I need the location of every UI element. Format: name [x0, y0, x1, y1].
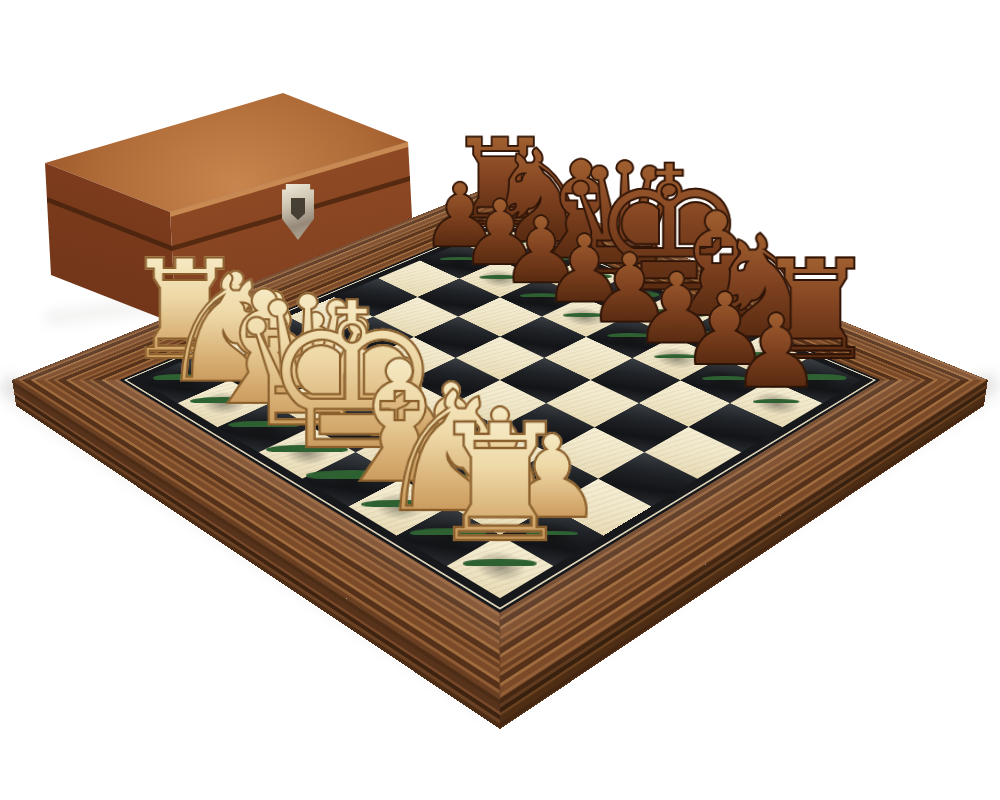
felt-base — [753, 399, 800, 405]
piece-black-pawn[interactable]: ♟ — [644, 301, 910, 403]
p-glyph: ♟ — [731, 301, 823, 403]
product-photo-scene: ♜♞♝♛♚♝♞♜♟♟♟♟♟♟♟♟♟♟♟♟♟♟♟♟♜♞♝♛♚♝♞♜ — [0, 0, 1000, 800]
chess-board[interactable]: ♜♞♝♛♚♝♞♜♟♟♟♟♟♟♟♟♟♟♟♟♟♟♟♟♜♞♝♛♚♝♞♜ — [12, 182, 988, 698]
board-scene: ♜♞♝♛♚♝♞♜♟♟♟♟♟♟♟♟♟♟♟♟♟♟♟♟♜♞♝♛♚♝♞♜ — [0, 0, 1000, 800]
r-glyph: ♜ — [427, 403, 573, 566]
piece-white-rook[interactable]: ♜ — [347, 403, 654, 566]
